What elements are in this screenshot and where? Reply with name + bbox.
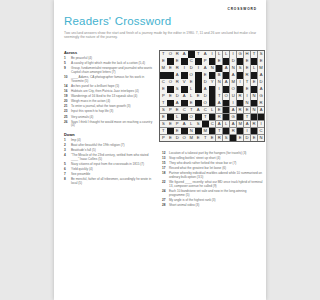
grid-cell: N: [251, 93, 258, 100]
grid-cell: I: [258, 121, 265, 128]
clue-item: 24Each 10 bandstone set sale and now in …: [162, 190, 263, 198]
grid-cell-black: [237, 58, 244, 65]
grid-cell: C: [258, 128, 265, 135]
grid-cell: R: [216, 135, 223, 142]
grid-cell-black: [209, 93, 216, 100]
grid-cell: E: [244, 107, 251, 114]
clue-text: Group, fundamentalist newspaper and jour…: [71, 67, 156, 75]
grid-cell: S: [223, 135, 230, 142]
grid-cell: A: [181, 93, 188, 100]
grid-cell: L: [174, 114, 181, 121]
grid-cell: C: [202, 107, 209, 114]
grid-cell: T: [160, 51, 167, 58]
grid-cell: G: [258, 93, 265, 100]
grid-cell-black: [195, 86, 202, 93]
grid-cell-black: [167, 114, 174, 121]
grid-cell: L: [223, 121, 230, 128]
grid-cell: I: [230, 100, 237, 107]
clue-text: Be merciful, father of all tribesmen, ac…: [71, 178, 156, 186]
grid-cell: T: [195, 51, 202, 58]
grid-cell-black: [209, 128, 216, 135]
grid-cell: S: [160, 107, 167, 114]
grid-cell: D: [244, 135, 251, 142]
grid-cell-black: [237, 86, 244, 93]
grid-cell-black: [251, 72, 258, 79]
clue-text: Partner whereby individual marbles adore…: [169, 172, 263, 180]
grid-cell: E: [195, 93, 202, 100]
grid-cell: N: [188, 128, 195, 135]
grid-cell: R: [251, 121, 258, 128]
grid-cell: O: [167, 51, 174, 58]
clue-item: 22We figured ____ recently: what our MD …: [162, 181, 263, 189]
grid-cell: A: [181, 51, 188, 58]
grid-cell: E: [258, 58, 265, 65]
grid-cell: A: [181, 121, 188, 128]
grid-cell-black: [251, 128, 258, 135]
intro-text: Two unclued answers show the start and f…: [64, 31, 261, 40]
grid-cell: R: [174, 79, 181, 86]
grid-cell-black: [209, 114, 216, 121]
grid-cell: S: [258, 51, 265, 58]
grid-cell: O: [181, 135, 188, 142]
grid-cell: P: [174, 121, 181, 128]
grid-cell: E: [244, 65, 251, 72]
grid-cell: N: [258, 135, 265, 142]
grid-cell-black: [216, 65, 223, 72]
grid-cell: E: [244, 58, 251, 65]
clue-item: 9Group, fundamentalist newspaper and jou…: [64, 67, 156, 75]
grid-cell: E: [244, 86, 251, 93]
grid-cell-black: [251, 100, 258, 107]
grid-cell: I: [237, 79, 244, 86]
grid-cell-black: [160, 72, 167, 79]
grid-cell-black: [258, 114, 265, 121]
grid-cell-black: [237, 72, 244, 79]
grid-cell: R: [258, 100, 265, 107]
clue-item: 8Be merciful, father of all tribesmen, a…: [64, 178, 156, 186]
grid-cell-black: [209, 100, 216, 107]
grid-cell: N: [216, 79, 223, 86]
grid-cell: E: [160, 114, 167, 121]
clue-number: 4: [64, 154, 71, 162]
grid-cell-black: [195, 114, 202, 121]
grid-cell: C: [188, 58, 195, 65]
clue-text: ____ Adams, CA photographer famous for h…: [71, 76, 156, 84]
grid-cell: S: [160, 121, 167, 128]
grid-cell: A: [230, 72, 237, 79]
grid-cell: E: [209, 135, 216, 142]
grid-cell-black: [209, 72, 216, 79]
grid-cell-black: [223, 100, 230, 107]
grid-cell: M: [258, 65, 265, 72]
grid-cell: C: [209, 121, 216, 128]
grid-cell: V: [181, 79, 188, 86]
grid-cell: A: [195, 107, 202, 114]
grid-cell: I: [181, 65, 188, 72]
clue-item: 10____ Adams, CA photographer famous for…: [64, 76, 156, 84]
grid-cell-black: [195, 128, 202, 135]
grid-cell: T: [160, 100, 167, 107]
grid-cell: S: [174, 86, 181, 93]
clue-text: "The Miracle of the 23rd century, settle…: [71, 154, 156, 162]
grid-cell: A: [258, 72, 265, 79]
grid-cell: A: [230, 121, 237, 128]
grid-cell: T: [216, 93, 223, 100]
grid-cell: O: [188, 72, 195, 79]
grid-cell: A: [244, 121, 251, 128]
grid-cell: A: [202, 51, 209, 58]
grid-cell: R: [174, 51, 181, 58]
grid-cell: L: [188, 86, 195, 93]
grid-cell: E: [167, 135, 174, 142]
down-continued-clue-list: 12Location of a takeout part by the hang…: [162, 152, 263, 208]
clue-text: Input this speech to hop life (3): [71, 110, 156, 114]
grid-cell: T: [202, 114, 209, 121]
clue-text: Imp (4): [71, 139, 156, 143]
grid-cell: A: [258, 107, 265, 114]
grid-cell-black: [251, 58, 258, 65]
page-title: Readers' Crossword: [64, 15, 171, 27]
grid-cell: E: [251, 79, 258, 86]
clue-number: 9: [64, 67, 71, 75]
grid-cell: E: [195, 135, 202, 142]
grid-cell-black: [195, 72, 202, 79]
grid-cell: D: [230, 58, 237, 65]
grid-cell: E: [167, 93, 174, 100]
grid-cell: M: [230, 79, 237, 86]
clue-number: 18: [162, 172, 169, 180]
grid-cell-black: [181, 114, 188, 121]
grid-cell: R: [174, 65, 181, 72]
grid-cell: E: [174, 128, 181, 135]
grid-cell: O: [167, 79, 174, 86]
grid-cell: L: [209, 107, 216, 114]
grid-cell: I: [195, 65, 202, 72]
grid-cell: M: [188, 135, 195, 142]
grid-cell-black: [251, 86, 258, 93]
grid-cell: L: [216, 51, 223, 58]
clue-text: Each 10 bandstone set sale and now in th…: [169, 190, 263, 198]
grid-cell: R: [230, 128, 237, 135]
grid-cell: R: [244, 72, 251, 79]
grid-cell-black: [202, 121, 209, 128]
grid-cell: A: [258, 86, 265, 93]
right-clue-column: 12Location of a takeout part by the hang…: [162, 152, 263, 209]
grid-cell: N: [209, 65, 216, 72]
clue-number: 10: [64, 76, 71, 84]
grid-cell: A: [223, 65, 230, 72]
grid-cell: R: [216, 114, 223, 121]
grid-cell: G: [230, 114, 237, 121]
grid-cell: M: [237, 121, 244, 128]
grid-cell: T: [216, 128, 223, 135]
grid-cell: E: [174, 58, 181, 65]
grid-cell: A: [202, 86, 209, 93]
grid-cell: E: [237, 135, 244, 142]
grid-cell: H: [244, 51, 251, 58]
grid-cell-black: [223, 114, 230, 121]
clue-item: 18Partner whereby individual marbles ado…: [162, 172, 263, 180]
across-clue-list: 1Be peaceful (4)5A cavalry of light whic…: [64, 57, 156, 128]
grid-cell: O: [223, 93, 230, 100]
clue-text: Short animal video (3): [169, 204, 263, 208]
grid-cell-black: [195, 79, 202, 86]
grid-cell-black: [209, 86, 216, 93]
grid-cell-black: [237, 100, 244, 107]
grid-cell-black: [188, 51, 195, 58]
grid-cell: E: [167, 65, 174, 72]
grid-cell: C: [181, 107, 188, 114]
grid-cell: I: [209, 51, 216, 58]
grid-cell: E: [160, 58, 167, 65]
down-heading: Down: [64, 132, 156, 137]
grid-cell: E: [202, 72, 209, 79]
grid-cell: E: [188, 79, 195, 86]
clue-item: 25Very animals (4): [64, 116, 156, 120]
grid-cell: E: [160, 86, 167, 93]
clue-text: Very animals (4): [71, 116, 156, 120]
grid-cell-black: [223, 72, 230, 79]
grid-cell-black: [195, 100, 202, 107]
grid-cell: G: [237, 51, 244, 58]
grid-cell: B: [216, 72, 223, 79]
grid-cell: T: [244, 79, 251, 86]
grid-cell: A: [230, 107, 237, 114]
grid-cell: S: [195, 121, 202, 128]
grid-cell-black: [181, 128, 188, 135]
grid-cell: U: [230, 93, 237, 100]
grid-cell-black: [167, 128, 174, 135]
clue-number: 24: [162, 190, 169, 198]
grid-cell: O: [188, 114, 195, 121]
magazine-section-header: CROSSWORD: [227, 7, 257, 11]
grid-cell: R: [237, 93, 244, 100]
grid-cell: L: [188, 121, 195, 128]
grid-cell: M: [202, 128, 209, 135]
grid-cell: N: [251, 107, 258, 114]
grid-cell-black: [167, 86, 174, 93]
grid-cell: E: [216, 107, 223, 114]
grid-cell: I: [244, 128, 251, 135]
grid-cell: N: [230, 65, 237, 72]
grid-cell: I: [216, 86, 223, 93]
grid-cell: D: [174, 93, 181, 100]
grid-cell: E: [251, 135, 258, 142]
clue-number: 26: [64, 121, 71, 129]
grid-cell: S: [237, 65, 244, 72]
grid-cell: A: [202, 65, 209, 72]
grid-cell: I: [244, 93, 251, 100]
grid-cell: D: [202, 79, 209, 86]
grid-cell: A: [174, 72, 181, 79]
clue-text: Says I think I thought he would move on …: [71, 121, 156, 129]
grid-cell-black: [181, 58, 188, 65]
grid-cell: T: [202, 135, 209, 142]
grid-cell-black: [195, 58, 202, 65]
clue-item: 4"The Miracle of the 23rd century, settl…: [64, 154, 156, 162]
grid-cell: A: [216, 100, 223, 107]
grid-cell: A: [223, 79, 230, 86]
grid-cell: D: [188, 65, 195, 72]
clue-number: 8: [64, 178, 71, 186]
magazine-page: CROSSWORD Readers' Crossword Two unclued…: [54, 0, 266, 300]
grid-cell-black: [167, 58, 174, 65]
grid-cell: T: [188, 107, 195, 114]
grid-cell-black: [181, 100, 188, 107]
grid-cell-black: [251, 114, 258, 121]
grid-cell-black: [237, 128, 244, 135]
grid-cell: O: [202, 100, 209, 107]
grid-cell: E: [167, 121, 174, 128]
grid-cell: P: [160, 135, 167, 142]
grid-cell: D: [174, 135, 181, 142]
clue-number: 28: [162, 204, 169, 208]
grid-cell-black: [223, 86, 230, 93]
grid-cell: P: [160, 93, 167, 100]
clue-number: 1: [64, 139, 71, 143]
grid-cell: C: [160, 79, 167, 86]
grid-cell: E: [188, 100, 195, 107]
grid-cell-black: [167, 72, 174, 79]
grid-cell-black: [223, 107, 230, 114]
grid-cell: O: [230, 86, 237, 93]
clue-item: 26Says I think I thought he would move o…: [64, 121, 156, 129]
clue-item: 28Short animal video (3): [162, 204, 263, 208]
grid-cell: D: [202, 93, 209, 100]
grid-cell: L: [188, 93, 195, 100]
grid-cell: A: [174, 100, 181, 107]
grid-cell: L: [223, 51, 230, 58]
grid-cell: R: [237, 107, 244, 114]
clue-item: 23Input this speech to hop life (3): [64, 110, 156, 114]
grid-cell: P: [167, 107, 174, 114]
crossword-grid: TORATAILLIGHTSEECPEDEEMERIDIANANSELMAOEB…: [159, 50, 265, 142]
grid-cell: L: [251, 65, 258, 72]
grid-cell-black: [223, 128, 230, 135]
across-heading: Across: [64, 50, 156, 55]
grid-cell: T: [160, 128, 167, 135]
clue-item: 1Imp (4): [64, 139, 156, 143]
grid-cell: T: [244, 114, 251, 121]
grid-cell-black: [237, 114, 244, 121]
grid-cell: P: [202, 58, 209, 65]
grid-cell: E: [174, 107, 181, 114]
clue-number: 22: [162, 181, 169, 189]
grid-cell-black: [230, 135, 237, 142]
grid-cell: M: [160, 65, 167, 72]
clue-text: We figured ____ recently: what our MD on…: [169, 181, 263, 189]
clue-number: 25: [64, 116, 71, 120]
clue-number: 23: [64, 110, 71, 114]
grid-cell: E: [216, 58, 223, 65]
grid-cell: I: [230, 51, 237, 58]
grid-cell-black: [167, 100, 174, 107]
grid-cell: D: [258, 79, 265, 86]
grid-cell-black: [209, 58, 216, 65]
grid-cell-black: [223, 58, 230, 65]
grid-cell: Y: [209, 79, 216, 86]
grid-cell: T: [251, 51, 258, 58]
grid-cell-black: [181, 86, 188, 93]
grid-cell: N: [244, 100, 251, 107]
grid-cell-black: [181, 72, 188, 79]
down-clue-list: 1Imp (4)2Boat after beautiful the 19th r…: [64, 139, 156, 186]
grid-cell: A: [216, 121, 223, 128]
left-clue-column: Across 1Be peaceful (4)5A cavalry of lig…: [64, 50, 156, 187]
